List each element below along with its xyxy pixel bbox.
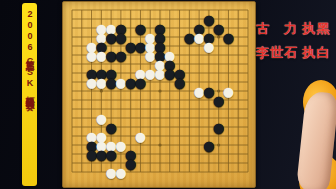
black-player-caption: 古 力 执黑: [256, 20, 336, 38]
video-frame: 2006第五届CSK杯亚州四强赛 ●●●●●●●●●●●●●●●●●●●●●●●…: [0, 0, 336, 189]
board-lines: [72, 10, 249, 173]
white-player-caption: 李世石 执白: [256, 44, 336, 62]
event-title-strip: 2006第五届CSK杯亚州四强赛: [22, 3, 37, 186]
player-hand: [296, 91, 336, 189]
go-board: ●●●●●●●●●●●●●●●●●●●●●●●●●●●●●●●●●●●●●●●●…: [62, 1, 256, 188]
event-title-text: 2006第五届CSK杯亚州四强赛: [22, 3, 37, 186]
go-board-grid: ●●●●●●●●●●●●●●●●●●●●●●●●●●●●●●●●●●●●●●●●…: [72, 10, 248, 173]
